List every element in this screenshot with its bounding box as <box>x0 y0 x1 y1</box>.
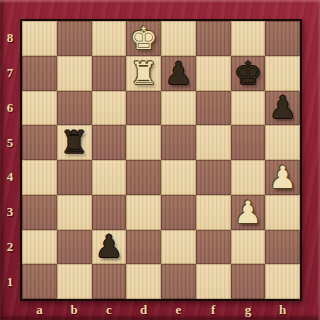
square-d7[interactable]: ♜ <box>126 56 161 91</box>
piece-white-rook-d7[interactable]: ♜ <box>126 56 161 91</box>
square-g2[interactable] <box>231 230 266 265</box>
file-label-d: d <box>126 300 161 319</box>
square-g5[interactable] <box>231 125 266 160</box>
piece-white-pawn-h4[interactable]: ♟ <box>265 160 300 195</box>
square-e6[interactable] <box>161 91 196 126</box>
square-a7[interactable] <box>22 56 57 91</box>
square-h8[interactable] <box>265 21 300 56</box>
square-g6[interactable] <box>231 91 266 126</box>
rank-label-3: 3 <box>0 195 20 230</box>
square-h7[interactable] <box>265 56 300 91</box>
board-grid: ♚♜♟♚♟♜♟♟♟ <box>22 21 300 299</box>
square-h2[interactable] <box>265 230 300 265</box>
square-g3[interactable]: ♟ <box>231 195 266 230</box>
square-a1[interactable] <box>22 264 57 299</box>
piece-black-pawn-c2[interactable]: ♟ <box>92 230 127 265</box>
file-label-g: g <box>231 300 266 319</box>
square-c5[interactable] <box>92 125 127 160</box>
piece-white-king-d8[interactable]: ♚ <box>126 21 161 56</box>
square-e2[interactable] <box>161 230 196 265</box>
square-g4[interactable] <box>231 160 266 195</box>
square-c8[interactable] <box>92 21 127 56</box>
file-label-h: h <box>265 300 300 319</box>
file-label-b: b <box>57 300 92 319</box>
square-e3[interactable] <box>161 195 196 230</box>
square-e4[interactable] <box>161 160 196 195</box>
piece-black-pawn-h6[interactable]: ♟ <box>265 91 300 126</box>
piece-black-king-g7[interactable]: ♚ <box>231 56 266 91</box>
square-e1[interactable] <box>161 264 196 299</box>
square-a8[interactable] <box>22 21 57 56</box>
square-b4[interactable] <box>57 160 92 195</box>
square-d1[interactable] <box>126 264 161 299</box>
square-g7[interactable]: ♚ <box>231 56 266 91</box>
piece-black-rook-b5[interactable]: ♜ <box>57 125 92 160</box>
square-a2[interactable] <box>22 230 57 265</box>
square-h4[interactable]: ♟ <box>265 160 300 195</box>
square-f1[interactable] <box>196 264 231 299</box>
square-c4[interactable] <box>92 160 127 195</box>
rank-label-1: 1 <box>0 264 20 299</box>
square-d3[interactable] <box>126 195 161 230</box>
square-e5[interactable] <box>161 125 196 160</box>
square-h1[interactable] <box>265 264 300 299</box>
square-b8[interactable] <box>57 21 92 56</box>
square-h6[interactable]: ♟ <box>265 91 300 126</box>
square-c7[interactable] <box>92 56 127 91</box>
square-f7[interactable] <box>196 56 231 91</box>
square-d8[interactable]: ♚ <box>126 21 161 56</box>
square-e7[interactable]: ♟ <box>161 56 196 91</box>
square-a5[interactable] <box>22 125 57 160</box>
rank-label-6: 6 <box>0 91 20 126</box>
chess-diagram: 87654321 abcdefgh ♚♜♟♚♟♜♟♟♟ <box>0 0 320 320</box>
file-label-c: c <box>92 300 127 319</box>
square-a6[interactable] <box>22 91 57 126</box>
square-f2[interactable] <box>196 230 231 265</box>
square-d2[interactable] <box>126 230 161 265</box>
square-b2[interactable] <box>57 230 92 265</box>
square-c3[interactable] <box>92 195 127 230</box>
square-h5[interactable] <box>265 125 300 160</box>
file-labels: abcdefgh <box>22 300 300 319</box>
square-g8[interactable] <box>231 21 266 56</box>
file-label-e: e <box>161 300 196 319</box>
file-label-a: a <box>22 300 57 319</box>
square-h3[interactable] <box>265 195 300 230</box>
square-c2[interactable]: ♟ <box>92 230 127 265</box>
square-e8[interactable] <box>161 21 196 56</box>
piece-black-pawn-e7[interactable]: ♟ <box>161 56 196 91</box>
square-b6[interactable] <box>57 91 92 126</box>
square-a4[interactable] <box>22 160 57 195</box>
rank-label-5: 5 <box>0 125 20 160</box>
square-f6[interactable] <box>196 91 231 126</box>
rank-label-7: 7 <box>0 56 20 91</box>
square-f8[interactable] <box>196 21 231 56</box>
rank-label-8: 8 <box>0 21 20 56</box>
square-g1[interactable] <box>231 264 266 299</box>
square-d4[interactable] <box>126 160 161 195</box>
rank-labels: 87654321 <box>0 21 20 299</box>
square-a3[interactable] <box>22 195 57 230</box>
square-c6[interactable] <box>92 91 127 126</box>
square-f4[interactable] <box>196 160 231 195</box>
square-f3[interactable] <box>196 195 231 230</box>
chess-board: ♚♜♟♚♟♜♟♟♟ <box>20 19 302 301</box>
square-d5[interactable] <box>126 125 161 160</box>
square-b7[interactable] <box>57 56 92 91</box>
square-d6[interactable] <box>126 91 161 126</box>
rank-label-4: 4 <box>0 160 20 195</box>
square-b5[interactable]: ♜ <box>57 125 92 160</box>
square-b1[interactable] <box>57 264 92 299</box>
square-c1[interactable] <box>92 264 127 299</box>
piece-white-pawn-g3[interactable]: ♟ <box>231 195 266 230</box>
square-f5[interactable] <box>196 125 231 160</box>
square-b3[interactable] <box>57 195 92 230</box>
rank-label-2: 2 <box>0 230 20 265</box>
file-label-f: f <box>196 300 231 319</box>
